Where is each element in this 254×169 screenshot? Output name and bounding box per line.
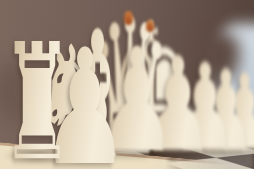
king-finial xyxy=(146,20,154,32)
white-rook-a1: ♜ xyxy=(0,23,77,169)
pieces-layer: ♟♟♟♚♟♛♝♟♞♟♜ xyxy=(0,0,254,169)
photo-scene: ♟♟♟♚♟♛♝♟♞♟♜ Close-up photograph of polis… xyxy=(0,0,254,169)
queen-finial xyxy=(124,11,133,25)
